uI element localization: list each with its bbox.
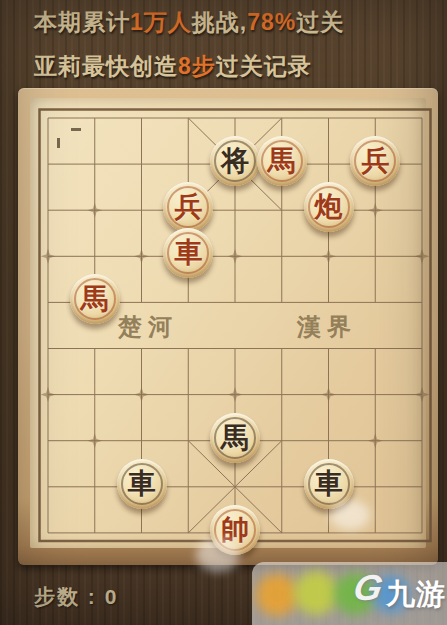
piece-red-cannon[interactable]: 炮 (304, 182, 354, 232)
stat-highlight: 78% (247, 9, 296, 35)
stat-text: 本期累计 (34, 9, 130, 35)
challenge-stats-line: 本期累计1万人挑战,78%过关 (34, 7, 344, 38)
logo-blob-orange (256, 574, 298, 616)
piece-black-general[interactable]: 将 (210, 136, 260, 186)
watermark-smudge (196, 538, 240, 572)
move-counter: 步数 : 0 (34, 583, 118, 611)
piece-black-horse[interactable]: 馬 (210, 413, 260, 463)
piece-red-soldier[interactable]: 兵 (163, 182, 213, 232)
piece-red-horse[interactable]: 馬 (257, 136, 307, 186)
move-counter-label: 步数 (34, 585, 80, 608)
game-screen: 本期累计1万人挑战,78%过关 亚莉最快创造8步过关记录 楚河 漢界 将馬兵兵炮… (0, 0, 447, 625)
river-label-right: 漢界 (296, 312, 357, 341)
move-counter-value: 0 (105, 585, 119, 608)
piece-glyph: 馬 (70, 274, 120, 324)
piece-glyph: 兵 (163, 182, 213, 232)
river-label-left: 楚河 (117, 312, 178, 341)
watermark-smudge (330, 500, 370, 530)
niugame-watermark: G 九游 (252, 562, 447, 625)
piece-glyph: 兵 (350, 136, 400, 186)
piece-glyph: 車 (117, 459, 167, 509)
stat-highlight: 1万人 (130, 9, 192, 35)
piece-glyph: 車 (163, 228, 213, 278)
record-line: 亚莉最快创造8步过关记录 (34, 51, 344, 82)
move-counter-separator: : (80, 585, 105, 608)
stat-highlight: 8步 (178, 53, 216, 79)
stat-text: 挑战, (192, 9, 247, 35)
piece-glyph: 将 (210, 136, 260, 186)
piece-glyph: 炮 (304, 182, 354, 232)
piece-glyph: 馬 (257, 136, 307, 186)
piece-red-soldier[interactable]: 兵 (350, 136, 400, 186)
piece-red-chariot[interactable]: 車 (163, 228, 213, 278)
challenge-banner: 本期累计1万人挑战,78%过关 亚莉最快创造8步过关记录 (34, 7, 344, 82)
piece-glyph: 馬 (210, 413, 260, 463)
stat-text: 过关 (296, 9, 344, 35)
piece-red-horse[interactable]: 馬 (70, 274, 120, 324)
stat-text: 亚莉最快创造 (34, 53, 178, 79)
niugame-logo-text: 九游 (386, 575, 446, 615)
xiangqi-board[interactable]: 楚河 漢界 将馬兵兵炮車馬馬車車帥 (18, 88, 438, 565)
piece-black-chariot[interactable]: 車 (117, 459, 167, 509)
stat-text: 过关记录 (216, 53, 312, 79)
logo-blob-yellowgreen (294, 571, 338, 615)
